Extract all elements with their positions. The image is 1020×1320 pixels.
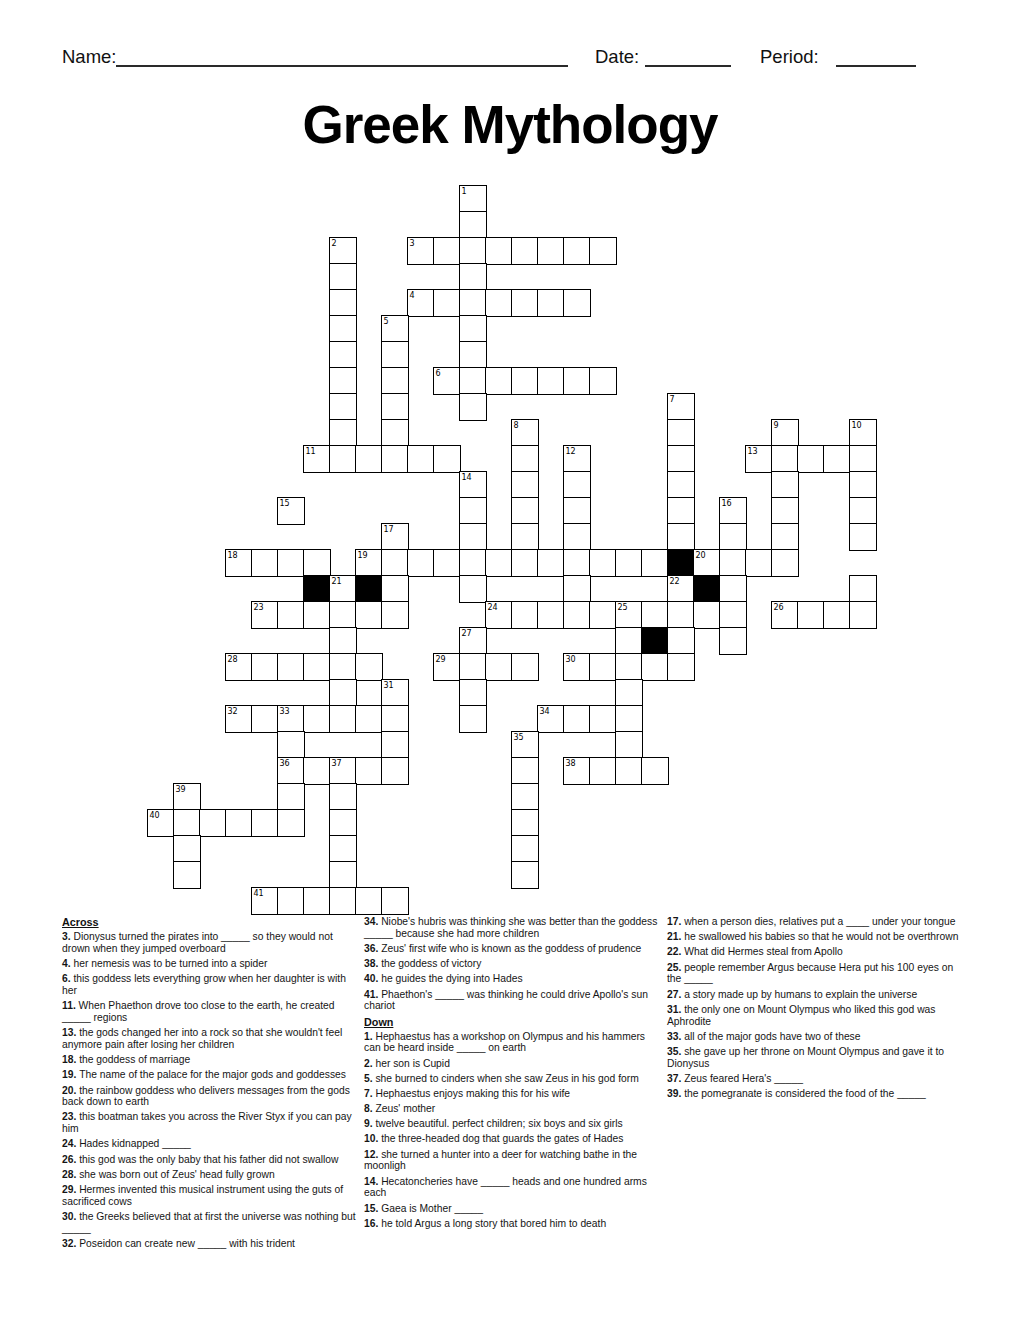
clue-across-18: 18. the goddess of marriage (62, 1054, 358, 1066)
clue-number: 16 (722, 499, 732, 508)
clue-number: 26 (774, 603, 784, 612)
grid-cell[interactable] (771, 471, 799, 499)
clue-across-34: 34. Niobe's hubris was thinking she was … (364, 916, 660, 940)
grid-cell[interactable] (355, 705, 383, 733)
grid-cell[interactable]: 3 (407, 237, 435, 265)
grid-cell[interactable]: 19 (355, 549, 383, 577)
grid-cell[interactable] (563, 705, 591, 733)
grid-cell[interactable] (277, 887, 305, 915)
grid-cell[interactable]: 29 (433, 653, 461, 681)
grid-cell[interactable] (615, 705, 643, 733)
grid-cell[interactable]: 16 (719, 497, 747, 525)
grid-cell[interactable] (277, 653, 305, 681)
grid-cell[interactable]: 30 (563, 653, 591, 681)
clue-across-26: 26. this god was the only baby that his … (62, 1154, 358, 1166)
grid-cell-black (355, 575, 383, 603)
grid-cell[interactable] (667, 445, 695, 473)
period-blank-line[interactable] (836, 64, 916, 67)
grid-cell[interactable] (719, 575, 747, 603)
grid-cell[interactable] (511, 471, 539, 499)
grid-cell[interactable] (303, 705, 331, 733)
grid-cell[interactable] (849, 523, 877, 551)
grid-cell[interactable] (641, 653, 669, 681)
grid-cell[interactable] (381, 887, 409, 915)
clue-across-20: 20. the rainbow goddess who delivers mes… (62, 1085, 358, 1109)
grid-cell[interactable]: 21 (329, 575, 357, 603)
grid-cell[interactable] (719, 549, 747, 577)
clue-number: 1 (462, 187, 467, 196)
grid-cell[interactable] (329, 367, 357, 395)
clue-number: 40 (150, 811, 160, 820)
clue-down-22: 22. What did Hermes steal from Apollo (667, 946, 963, 958)
clue-down-10: 10. the three-headed dog that guards the… (364, 1133, 660, 1145)
grid-cell[interactable]: 22 (667, 575, 695, 603)
grid-cell[interactable] (667, 653, 695, 681)
grid-cell[interactable] (589, 705, 617, 733)
grid-cell[interactable]: 6 (433, 367, 461, 395)
grid-cell[interactable] (511, 783, 539, 811)
clue-number: 38 (566, 759, 576, 768)
clue-across-24: 24. Hades kidnapped _____ (62, 1138, 358, 1150)
grid-cell[interactable] (589, 757, 617, 785)
clue-number: 36 (280, 759, 290, 768)
date-blank-line[interactable] (645, 64, 731, 67)
grid-cell[interactable] (719, 601, 747, 629)
clue-down-25: 25. people remember Argus because Hera p… (667, 962, 963, 986)
grid-cell[interactable]: 27 (459, 627, 487, 655)
grid-cell[interactable]: 10 (849, 419, 877, 447)
clue-number: 41 (254, 889, 264, 898)
clue-column-middle: 34. Niobe's hubris was thinking she was … (364, 916, 660, 1233)
clue-across-38: 38. the goddess of victory (364, 958, 660, 970)
clue-number: 5 (384, 317, 389, 326)
clue-down-27: 27. a story made up by humans to explain… (667, 989, 963, 1001)
clue-number: 34 (540, 707, 550, 716)
grid-cell[interactable]: 18 (225, 549, 253, 577)
clue-across-40: 40. he guides the dying into Hades (364, 973, 660, 985)
grid-cell[interactable]: 15 (277, 497, 305, 525)
grid-cell[interactable] (771, 523, 799, 551)
grid-cell[interactable] (407, 445, 435, 473)
grid-cell[interactable] (459, 341, 487, 369)
grid-cell[interactable] (459, 575, 487, 603)
grid-cell[interactable] (329, 679, 357, 707)
grid-cell[interactable]: 8 (511, 419, 539, 447)
grid-cell[interactable]: 26 (771, 601, 799, 629)
clue-number: 9 (774, 421, 779, 430)
grid-cell[interactable] (251, 705, 279, 733)
grid-cell[interactable] (615, 653, 643, 681)
clue-down-9: 9. twelve beautiful. perfect children; s… (364, 1118, 660, 1130)
grid-cell[interactable]: 20 (693, 549, 721, 577)
grid-cell[interactable] (277, 549, 305, 577)
grid-cell[interactable] (615, 731, 643, 759)
grid-cell[interactable]: 1 (459, 185, 487, 213)
grid-cell[interactable] (511, 549, 539, 577)
clue-number: 19 (358, 551, 368, 560)
clue-number: 29 (436, 655, 446, 664)
clue-number: 17 (384, 525, 394, 534)
grid-cell[interactable] (329, 653, 357, 681)
clue-number: 24 (488, 603, 498, 612)
grid-cell[interactable] (667, 419, 695, 447)
clue-down-2: 2. her son is Cupid (364, 1058, 660, 1070)
grid-cell[interactable] (459, 549, 487, 577)
grid-cell[interactable] (537, 549, 565, 577)
clue-number: 8 (514, 421, 519, 430)
grid-cell[interactable] (615, 627, 643, 655)
grid-cell[interactable] (485, 237, 513, 265)
clue-number: 27 (462, 629, 472, 638)
clue-number: 33 (280, 707, 290, 716)
grid-cell[interactable] (511, 497, 539, 525)
clue-across-32: 32. Poseidon can create new _____ with h… (62, 1238, 358, 1250)
grid-cell[interactable] (485, 653, 513, 681)
grid-cell[interactable] (251, 653, 279, 681)
grid-cell[interactable] (641, 549, 669, 577)
grid-cell[interactable] (459, 497, 487, 525)
grid-cell[interactable] (329, 263, 357, 291)
grid-cell[interactable] (355, 653, 383, 681)
grid-cell[interactable] (667, 523, 695, 551)
grid-cell[interactable] (433, 549, 461, 577)
grid-cell[interactable] (199, 809, 227, 837)
date-label: Date: (595, 46, 639, 68)
grid-cell[interactable] (537, 289, 565, 317)
grid-cell[interactable] (589, 653, 617, 681)
grid-cell[interactable] (511, 861, 539, 889)
grid-cell[interactable] (329, 341, 357, 369)
clue-down-12: 12. she turned a hunter into a deer for … (364, 1149, 660, 1173)
grid-cell[interactable]: 12 (563, 445, 591, 473)
grid-cell[interactable] (615, 549, 643, 577)
grid-cell[interactable]: 28 (225, 653, 253, 681)
grid-cell[interactable] (771, 497, 799, 525)
clue-down-31: 31. the only one on Mount Olympus who li… (667, 1004, 963, 1028)
clue-across-19: 19. The name of the palace for the major… (62, 1069, 358, 1081)
clue-number: 4 (410, 291, 415, 300)
grid-cell[interactable]: 33 (277, 705, 305, 733)
grid-cell[interactable] (329, 887, 357, 915)
grid-cell[interactable] (459, 523, 487, 551)
grid-cell[interactable] (823, 601, 851, 629)
clue-down-17: 17. when a person dies, relatives put a … (667, 916, 963, 928)
clue-down-39: 39. the pomegranate is considered the fo… (667, 1088, 963, 1100)
grid-cell[interactable] (823, 445, 851, 473)
grid-cell[interactable] (329, 445, 357, 473)
grid-cell[interactable]: 23 (251, 601, 279, 629)
grid-cell[interactable] (407, 549, 435, 577)
grid-cell[interactable] (563, 601, 591, 629)
grid-cell[interactable] (381, 757, 409, 785)
grid-cell[interactable]: 37 (329, 757, 357, 785)
grid-cell[interactable]: 25 (615, 601, 643, 629)
name-blank-line[interactable] (116, 64, 568, 67)
grid-cell[interactable] (433, 445, 461, 473)
grid-cell[interactable] (381, 367, 409, 395)
grid-cell[interactable] (849, 471, 877, 499)
grid-cell[interactable] (303, 757, 331, 785)
grid-cell[interactable] (511, 601, 539, 629)
grid-cell[interactable] (771, 445, 799, 473)
grid-cell[interactable] (173, 861, 201, 889)
clue-down-7: 7. Hephaestus enjoys making this for his… (364, 1088, 660, 1100)
grid-cell[interactable] (329, 783, 357, 811)
grid-cell[interactable] (563, 289, 591, 317)
grid-cell[interactable] (277, 731, 305, 759)
page-title: Greek Mythology (0, 94, 1020, 155)
grid-cell[interactable] (641, 757, 669, 785)
grid-cell[interactable]: 9 (771, 419, 799, 447)
clue-down-35: 35. she gave up her throne on Mount Olym… (667, 1046, 963, 1070)
grid-cell[interactable] (303, 601, 331, 629)
grid-cell[interactable] (381, 549, 409, 577)
grid-cell[interactable] (329, 627, 357, 655)
grid-cell[interactable] (693, 601, 721, 629)
clue-number: 35 (514, 733, 524, 742)
grid-cell[interactable] (173, 809, 201, 837)
grid-cell[interactable] (797, 601, 825, 629)
grid-cell[interactable] (329, 705, 357, 733)
clue-across-41: 41. Phaethon's _____ was thinking he cou… (364, 989, 660, 1013)
grid-cell[interactable] (485, 367, 513, 395)
clue-number: 22 (670, 577, 680, 586)
grid-cell[interactable] (459, 705, 487, 733)
grid-cell[interactable] (563, 575, 591, 603)
clue-number: 10 (852, 421, 862, 430)
name-label: Name: (62, 46, 117, 68)
clue-number: 18 (228, 551, 238, 560)
grid-cell-black (303, 575, 331, 603)
grid-cell[interactable] (329, 393, 357, 421)
clue-across-28: 28. she was born out of Zeus' head fully… (62, 1169, 358, 1181)
clue-number: 2 (332, 239, 337, 248)
grid-cell[interactable] (641, 601, 669, 629)
grid-cell[interactable] (355, 601, 383, 629)
grid-cell[interactable] (329, 315, 357, 343)
down-heading: Down (364, 1016, 660, 1028)
grid-cell[interactable] (225, 809, 253, 837)
grid-cell[interactable]: 14 (459, 471, 487, 499)
clue-down-5: 5. she burned to cinders when she saw Ze… (364, 1073, 660, 1085)
clue-number: 14 (462, 473, 472, 482)
clue-number: 37 (332, 759, 342, 768)
grid-cell[interactable] (511, 653, 539, 681)
period-label: Period: (760, 46, 819, 68)
clue-number: 6 (436, 369, 441, 378)
grid-cell[interactable] (667, 471, 695, 499)
grid-cell[interactable] (355, 445, 383, 473)
clue-across-11: 11. When Phaethon drove too close to the… (62, 1000, 358, 1024)
grid-cell[interactable] (589, 549, 617, 577)
grid-cell[interactable] (537, 367, 565, 395)
clue-across-30: 30. the Greeks believed that at first th… (62, 1211, 358, 1235)
grid-cell[interactable] (381, 705, 409, 733)
grid-cell[interactable] (745, 549, 773, 577)
clue-across-13: 13. the gods changed her into a rock so … (62, 1027, 358, 1051)
grid-cell[interactable] (381, 445, 409, 473)
grid-cell[interactable] (563, 237, 591, 265)
clue-number: 30 (566, 655, 576, 664)
grid-cell[interactable] (277, 783, 305, 811)
grid-cell[interactable] (459, 367, 487, 395)
grid-cell[interactable] (485, 549, 513, 577)
grid-cell[interactable] (329, 289, 357, 317)
grid-cell[interactable]: 32 (225, 705, 253, 733)
grid-cell[interactable] (355, 757, 383, 785)
clue-number: 39 (176, 785, 186, 794)
grid-cell[interactable] (589, 237, 617, 265)
grid-cell[interactable]: 35 (511, 731, 539, 759)
grid-cell[interactable]: 41 (251, 887, 279, 915)
clue-down-37: 37. Zeus feared Hera's _____ (667, 1073, 963, 1085)
grid-cell[interactable] (303, 653, 331, 681)
grid-cell[interactable] (173, 835, 201, 863)
grid-cell[interactable]: 13 (745, 445, 773, 473)
grid-cell[interactable] (771, 549, 799, 577)
clue-down-33: 33. all of the major gods have two of th… (667, 1031, 963, 1043)
grid-cell[interactable]: 2 (329, 237, 357, 265)
clue-number: 3 (410, 239, 415, 248)
clue-column-across: Across3. Dionysus turned the pirates int… (62, 916, 358, 1253)
grid-cell[interactable] (563, 367, 591, 395)
crossword-grid: 1234567891011121314151617181920212223242… (147, 185, 877, 915)
clue-across-4: 4. her nemesis was to be turned into a s… (62, 958, 358, 970)
grid-cell[interactable] (251, 809, 279, 837)
grid-cell[interactable]: 24 (485, 601, 513, 629)
clue-number: 23 (254, 603, 264, 612)
grid-cell[interactable] (485, 289, 513, 317)
grid-cell[interactable]: 34 (537, 705, 565, 733)
grid-cell[interactable] (459, 679, 487, 707)
clue-down-8: 8. Zeus' mother (364, 1103, 660, 1115)
grid-cell[interactable] (459, 263, 487, 291)
clue-down-14: 14. Hecatoncheries have _____ heads and … (364, 1176, 660, 1200)
grid-cell[interactable] (381, 419, 409, 447)
grid-cell[interactable] (563, 497, 591, 525)
grid-cell[interactable] (303, 887, 331, 915)
grid-cell[interactable] (511, 289, 539, 317)
grid-cell[interactable] (589, 367, 617, 395)
grid-cell[interactable] (277, 809, 305, 837)
grid-cell-black (693, 575, 721, 603)
grid-cell[interactable] (511, 809, 539, 837)
grid-cell[interactable] (511, 237, 539, 265)
grid-cell[interactable] (355, 887, 383, 915)
grid-cell[interactable]: 4 (407, 289, 435, 317)
grid-cell[interactable] (381, 575, 409, 603)
grid-cell[interactable] (329, 809, 357, 837)
grid-cell[interactable] (303, 549, 331, 577)
grid-cell[interactable] (251, 549, 279, 577)
grid-cell[interactable] (849, 497, 877, 525)
grid-cell[interactable] (615, 757, 643, 785)
grid-cell[interactable] (511, 445, 539, 473)
clue-down-21: 21. he swallowed his babies so that he w… (667, 931, 963, 943)
clue-number: 32 (228, 707, 238, 716)
grid-cell[interactable]: 17 (381, 523, 409, 551)
grid-cell[interactable]: 11 (303, 445, 331, 473)
grid-cell[interactable] (511, 523, 539, 551)
grid-cell[interactable] (667, 497, 695, 525)
grid-cell[interactable] (849, 445, 877, 473)
grid-cell[interactable]: 7 (667, 393, 695, 421)
clue-column-down: 17. when a person dies, relatives put a … (667, 916, 963, 1103)
grid-cell[interactable] (511, 757, 539, 785)
grid-cell[interactable] (563, 549, 591, 577)
grid-cell[interactable] (511, 835, 539, 863)
clue-across-23: 23. this boatman takes you across the Ri… (62, 1111, 358, 1135)
grid-cell[interactable] (615, 679, 643, 707)
clue-down-1: 1. Hephaestus has a workshop on Olympus … (364, 1031, 660, 1055)
clue-across-3: 3. Dionysus turned the pirates into ____… (62, 931, 358, 955)
grid-cell[interactable] (381, 341, 409, 369)
grid-cell[interactable]: 5 (381, 315, 409, 343)
clue-number: 21 (332, 577, 342, 586)
grid-cell[interactable] (563, 471, 591, 499)
grid-cell[interactable] (433, 237, 461, 265)
grid-cell[interactable] (719, 627, 747, 655)
grid-cell[interactable] (381, 601, 409, 629)
clue-number: 25 (618, 603, 628, 612)
grid-cell[interactable] (381, 731, 409, 759)
clue-number: 13 (748, 447, 758, 456)
grid-cell[interactable] (277, 601, 305, 629)
grid-cell[interactable]: 36 (277, 757, 305, 785)
grid-cell[interactable]: 39 (173, 783, 201, 811)
grid-cell[interactable] (329, 835, 357, 863)
clue-across-6: 6. this goddess lets everything grow whe… (62, 973, 358, 997)
grid-cell[interactable] (329, 601, 357, 629)
grid-cell[interactable] (849, 601, 877, 629)
grid-cell[interactable] (797, 445, 825, 473)
across-heading: Across (62, 916, 358, 928)
grid-cell[interactable]: 31 (381, 679, 409, 707)
grid-cell[interactable]: 40 (147, 809, 175, 837)
grid-cell[interactable] (667, 601, 695, 629)
grid-cell[interactable] (459, 211, 487, 239)
grid-cell[interactable] (563, 523, 591, 551)
grid-cell[interactable] (589, 601, 617, 629)
grid-cell[interactable]: 38 (563, 757, 591, 785)
grid-cell[interactable] (433, 289, 461, 317)
grid-cell[interactable] (329, 419, 357, 447)
clue-number: 28 (228, 655, 238, 664)
clue-number: 20 (696, 551, 706, 560)
grid-cell[interactable] (459, 315, 487, 343)
grid-cell[interactable] (537, 601, 565, 629)
clue-number: 15 (280, 499, 290, 508)
grid-cell[interactable] (511, 367, 539, 395)
clue-across-36: 36. Zeus' first wife who is known as the… (364, 943, 660, 955)
grid-cell[interactable] (381, 393, 409, 421)
grid-cell[interactable] (459, 237, 487, 265)
clue-down-15: 15. Gaea is Mother _____ (364, 1203, 660, 1215)
grid-cell[interactable] (537, 237, 565, 265)
clue-across-29: 29. Hermes invented this musical instrum… (62, 1184, 358, 1208)
clue-number: 31 (384, 681, 394, 690)
clue-down-16: 16. he told Argus a long story that bore… (364, 1218, 660, 1230)
grid-cell[interactable] (459, 393, 487, 421)
grid-cell[interactable] (849, 575, 877, 603)
grid-cell[interactable] (719, 523, 747, 551)
grid-cell[interactable] (459, 289, 487, 317)
grid-cell-black (641, 627, 669, 655)
clue-number: 12 (566, 447, 576, 456)
grid-cell[interactable] (329, 861, 357, 889)
grid-cell[interactable] (459, 653, 487, 681)
grid-cell[interactable] (667, 627, 695, 655)
